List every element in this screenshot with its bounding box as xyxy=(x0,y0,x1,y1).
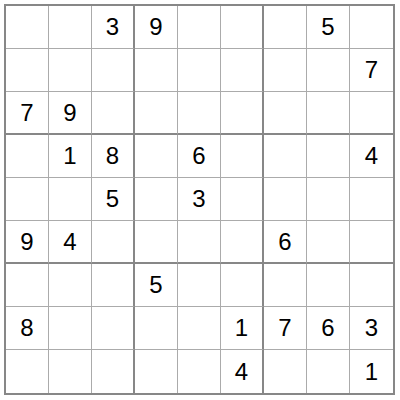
cell-r3c7[interactable] xyxy=(264,92,307,135)
cell-r5c9[interactable] xyxy=(350,178,393,221)
cell-r7c3[interactable] xyxy=(92,264,135,307)
cell-r2c3[interactable] xyxy=(92,49,135,92)
cell-r3c2: 9 xyxy=(49,92,92,135)
cell-r4c8[interactable] xyxy=(307,135,350,178)
cell-r4c3: 8 xyxy=(92,135,135,178)
cell-r4c1[interactable] xyxy=(6,135,49,178)
cell-r3c3[interactable] xyxy=(92,92,135,135)
cell-r5c6[interactable] xyxy=(221,178,264,221)
cell-r5c1[interactable] xyxy=(6,178,49,221)
cell-r8c3[interactable] xyxy=(92,307,135,350)
cell-r5c5: 3 xyxy=(178,178,221,221)
cell-r6c7: 6 xyxy=(264,221,307,264)
cell-r8c2[interactable] xyxy=(49,307,92,350)
cell-r4c5: 6 xyxy=(178,135,221,178)
cell-r2c4[interactable] xyxy=(135,49,178,92)
cell-r3c9[interactable] xyxy=(350,92,393,135)
cell-r5c4[interactable] xyxy=(135,178,178,221)
cell-r9c2[interactable] xyxy=(49,350,92,393)
cell-r9c6: 4 xyxy=(221,350,264,393)
cell-r2c9: 7 xyxy=(350,49,393,92)
cell-r6c1: 9 xyxy=(6,221,49,264)
cell-r9c5[interactable] xyxy=(178,350,221,393)
cell-r2c2[interactable] xyxy=(49,49,92,92)
cell-r8c1: 8 xyxy=(6,307,49,350)
cell-r3c6[interactable] xyxy=(221,92,264,135)
cell-r6c6[interactable] xyxy=(221,221,264,264)
cell-r4c9: 4 xyxy=(350,135,393,178)
cell-r7c9[interactable] xyxy=(350,264,393,307)
cell-r3c5[interactable] xyxy=(178,92,221,135)
cell-r4c7[interactable] xyxy=(264,135,307,178)
cell-r3c8[interactable] xyxy=(307,92,350,135)
cell-r6c3[interactable] xyxy=(92,221,135,264)
cell-r1c5[interactable] xyxy=(178,6,221,49)
cell-r6c9[interactable] xyxy=(350,221,393,264)
cell-r8c6: 1 xyxy=(221,307,264,350)
cell-r8c9: 3 xyxy=(350,307,393,350)
cell-r6c2: 4 xyxy=(49,221,92,264)
cell-r4c4[interactable] xyxy=(135,135,178,178)
cell-r7c5[interactable] xyxy=(178,264,221,307)
cell-r1c7[interactable] xyxy=(264,6,307,49)
sudoku-board-container: 39577918645394658176341 xyxy=(4,4,395,395)
cell-r1c4: 9 xyxy=(135,6,178,49)
cell-r7c8[interactable] xyxy=(307,264,350,307)
cell-r7c2[interactable] xyxy=(49,264,92,307)
cell-r3c1: 7 xyxy=(6,92,49,135)
cell-r9c4[interactable] xyxy=(135,350,178,393)
cell-r4c6[interactable] xyxy=(221,135,264,178)
cell-r9c8[interactable] xyxy=(307,350,350,393)
cell-r1c1[interactable] xyxy=(6,6,49,49)
cell-r8c8: 6 xyxy=(307,307,350,350)
cell-r9c9: 1 xyxy=(350,350,393,393)
cell-r1c2[interactable] xyxy=(49,6,92,49)
cell-r1c6[interactable] xyxy=(221,6,264,49)
cell-r8c4[interactable] xyxy=(135,307,178,350)
cell-r2c6[interactable] xyxy=(221,49,264,92)
cell-r5c3: 5 xyxy=(92,178,135,221)
cell-r6c8[interactable] xyxy=(307,221,350,264)
cell-r2c7[interactable] xyxy=(264,49,307,92)
cell-r2c1[interactable] xyxy=(6,49,49,92)
cell-r5c8[interactable] xyxy=(307,178,350,221)
cell-r1c3: 3 xyxy=(92,6,135,49)
cell-r1c8: 5 xyxy=(307,6,350,49)
cell-r8c5[interactable] xyxy=(178,307,221,350)
cell-r1c9[interactable] xyxy=(350,6,393,49)
cell-r8c7: 7 xyxy=(264,307,307,350)
cell-r9c7[interactable] xyxy=(264,350,307,393)
cell-r3c4[interactable] xyxy=(135,92,178,135)
cell-r5c2[interactable] xyxy=(49,178,92,221)
cell-r2c8[interactable] xyxy=(307,49,350,92)
sudoku-board: 39577918645394658176341 xyxy=(4,4,395,395)
cell-r7c4: 5 xyxy=(135,264,178,307)
cell-r2c5[interactable] xyxy=(178,49,221,92)
cell-r5c7[interactable] xyxy=(264,178,307,221)
cell-r9c1[interactable] xyxy=(6,350,49,393)
cell-r4c2: 1 xyxy=(49,135,92,178)
cell-r9c3[interactable] xyxy=(92,350,135,393)
cell-r6c5[interactable] xyxy=(178,221,221,264)
cell-r7c7[interactable] xyxy=(264,264,307,307)
cell-r6c4[interactable] xyxy=(135,221,178,264)
cell-r7c1[interactable] xyxy=(6,264,49,307)
cell-r7c6[interactable] xyxy=(221,264,264,307)
